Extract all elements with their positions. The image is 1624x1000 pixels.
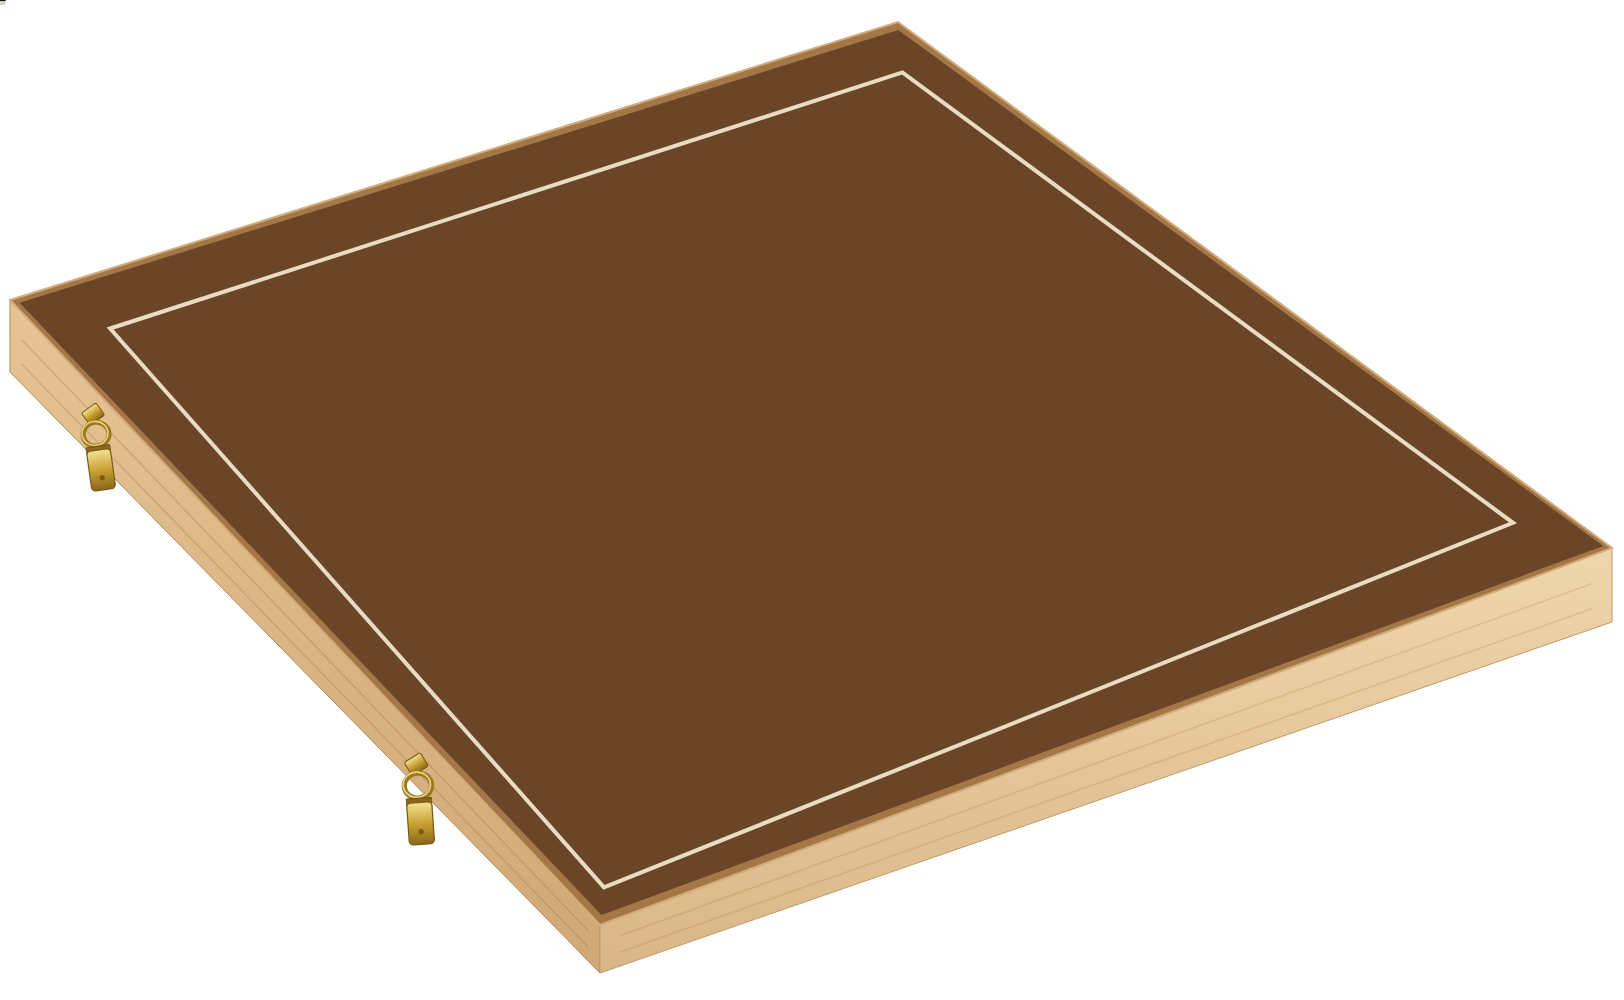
board-border-band — [20, 30, 1604, 915]
board-photo-svg: ABCDEFGH1234567812345678H ♜♞♝♛♚♝♞♜♟♟♟♟♟♟… — [0, 0, 1624, 1000]
chess-board-photo: ABCDEFGH1234567812345678H ♜♞♝♛♚♝♞♜♟♟♟♟♟♟… — [0, 0, 1624, 1000]
pieces: ♜♞♝♛♚♝♞♜♟♟♟♟♟♟♟♟♟♟♟♟♟♟♟♟♜♞♝♛♚♝♞♜ — [0, 0, 7, 4]
piece-black-rook-h8[interactable]: ♜ — [0, 0, 7, 4]
